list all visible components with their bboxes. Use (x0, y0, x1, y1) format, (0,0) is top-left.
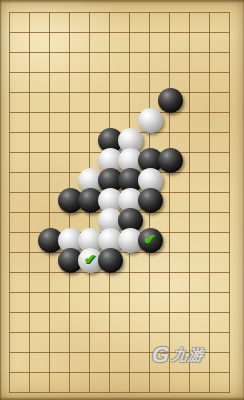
last-move-check-icon: ✔ (138, 227, 163, 252)
black-stone (138, 188, 163, 213)
black-stone (98, 248, 123, 273)
gomoku-game-screen: ✔✔ G 九游 (0, 0, 244, 400)
black-stone (158, 88, 183, 113)
white-stone (138, 108, 163, 133)
black-stone: ✔ (138, 228, 163, 253)
black-stone (158, 148, 183, 173)
